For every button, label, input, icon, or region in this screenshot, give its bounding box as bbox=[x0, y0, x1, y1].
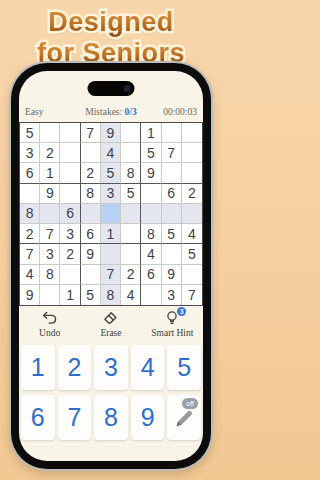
numpad-button-1[interactable]: 1 bbox=[21, 345, 55, 390]
sudoku-cell-r4c2[interactable]: 9 bbox=[40, 184, 60, 204]
sudoku-cell-r9c3[interactable]: 1 bbox=[60, 285, 80, 305]
numpad-button-4[interactable]: 4 bbox=[131, 345, 165, 390]
phone-frame: Easy Mistakes: 0/3 00:00:03 579132457612… bbox=[11, 63, 211, 469]
pencil-off-badge: off bbox=[182, 398, 198, 409]
sudoku-cell-r4c4[interactable]: 8 bbox=[81, 184, 101, 204]
sudoku-cell-r1c4[interactable]: 7 bbox=[81, 123, 101, 143]
dynamic-island-notch bbox=[88, 81, 135, 96]
smart-hint-button[interactable]: 3 Smart Hint bbox=[142, 310, 203, 338]
sudoku-cell-r2c9[interactable] bbox=[182, 143, 202, 163]
sudoku-cell-r6c4[interactable]: 6 bbox=[81, 224, 101, 244]
sudoku-cell-r9c5[interactable]: 8 bbox=[101, 285, 121, 305]
erase-label: Erase bbox=[100, 328, 121, 338]
sudoku-cell-r9c1[interactable]: 9 bbox=[20, 285, 40, 305]
sudoku-cell-r8c3[interactable] bbox=[60, 265, 80, 285]
sudoku-cell-r2c5[interactable]: 4 bbox=[101, 143, 121, 163]
sudoku-cell-r8c4[interactable] bbox=[81, 265, 101, 285]
front-camera-dot bbox=[124, 85, 131, 92]
mistakes-counter: Mistakes: 0/3 bbox=[71, 107, 150, 117]
sudoku-cell-r8c9[interactable] bbox=[182, 265, 202, 285]
sudoku-cell-r5c5[interactable] bbox=[101, 204, 121, 224]
sudoku-cell-r3c6[interactable]: 8 bbox=[121, 163, 141, 183]
sudoku-cell-r9c2[interactable] bbox=[40, 285, 60, 305]
sudoku-cell-r4c8[interactable]: 6 bbox=[162, 184, 182, 204]
sudoku-cell-r7c7[interactable]: 4 bbox=[141, 244, 161, 264]
sudoku-cell-r1c2[interactable] bbox=[40, 123, 60, 143]
sudoku-cell-r7c8[interactable] bbox=[162, 244, 182, 264]
sudoku-cell-r7c9[interactable]: 5 bbox=[182, 244, 202, 264]
numpad-button-6[interactable]: 6 bbox=[21, 395, 55, 440]
sudoku-cell-r9c8[interactable]: 3 bbox=[162, 285, 182, 305]
sudoku-cell-r1c9[interactable] bbox=[182, 123, 202, 143]
sudoku-cell-r1c3[interactable] bbox=[60, 123, 80, 143]
sudoku-cell-r5c4[interactable] bbox=[81, 204, 101, 224]
sudoku-cell-r3c2[interactable]: 1 bbox=[40, 163, 60, 183]
erase-button[interactable]: Erase bbox=[80, 310, 141, 338]
numpad-button-9[interactable]: 9 bbox=[131, 395, 165, 440]
sudoku-cell-r6c2[interactable]: 7 bbox=[40, 224, 60, 244]
sudoku-cell-r3c3[interactable] bbox=[60, 163, 80, 183]
sudoku-cell-r2c8[interactable]: 7 bbox=[162, 143, 182, 163]
sudoku-cell-r6c7[interactable]: 8 bbox=[141, 224, 161, 244]
sudoku-cell-r6c8[interactable]: 5 bbox=[162, 224, 182, 244]
sudoku-cell-r7c3[interactable]: 2 bbox=[60, 244, 80, 264]
sudoku-cell-r8c8[interactable]: 9 bbox=[162, 265, 182, 285]
sudoku-cell-r8c7[interactable]: 6 bbox=[141, 265, 161, 285]
sudoku-cell-r6c6[interactable] bbox=[121, 224, 141, 244]
sudoku-cell-r2c4[interactable] bbox=[81, 143, 101, 163]
number-pad: 12345 6789 off bbox=[19, 345, 203, 440]
page-title: Designed Designed for Seniors for Senior… bbox=[0, 7, 222, 69]
sudoku-cell-r2c6[interactable] bbox=[121, 143, 141, 163]
numpad-button-8[interactable]: 8 bbox=[94, 395, 128, 440]
sudoku-cell-r9c9[interactable]: 7 bbox=[182, 285, 202, 305]
mistakes-value: 0/3 bbox=[125, 107, 137, 117]
pencil-icon bbox=[173, 407, 195, 429]
sudoku-cell-r1c7[interactable]: 1 bbox=[141, 123, 161, 143]
sudoku-cell-r3c5[interactable]: 5 bbox=[101, 163, 121, 183]
numpad-row-2: 6789 off bbox=[21, 395, 201, 440]
sudoku-cell-r4c7[interactable] bbox=[141, 184, 161, 204]
sudoku-cell-r9c7[interactable] bbox=[141, 285, 161, 305]
sudoku-cell-r2c7[interactable]: 5 bbox=[141, 143, 161, 163]
sudoku-cell-r6c3[interactable]: 3 bbox=[60, 224, 80, 244]
sudoku-cell-r8c5[interactable]: 7 bbox=[101, 265, 121, 285]
sudoku-cell-r4c5[interactable]: 3 bbox=[101, 184, 121, 204]
sudoku-cell-r3c1[interactable]: 6 bbox=[20, 163, 40, 183]
sudoku-cell-r8c6[interactable]: 2 bbox=[121, 265, 141, 285]
sudoku-cell-r1c1[interactable]: 5 bbox=[20, 123, 40, 143]
sudoku-cell-r7c1[interactable]: 7 bbox=[20, 244, 40, 264]
sudoku-cell-r5c2[interactable] bbox=[40, 204, 60, 224]
page-title-line1-text: Designed bbox=[48, 7, 174, 37]
sudoku-cell-r9c6[interactable]: 4 bbox=[121, 285, 141, 305]
sudoku-cell-r7c4[interactable]: 9 bbox=[81, 244, 101, 264]
sudoku-cell-r1c8[interactable] bbox=[162, 123, 182, 143]
sudoku-cell-r4c6[interactable]: 5 bbox=[121, 184, 141, 204]
numpad-button-7[interactable]: 7 bbox=[58, 395, 92, 440]
sudoku-cell-r1c6[interactable] bbox=[121, 123, 141, 143]
sudoku-cell-r6c5[interactable]: 1 bbox=[101, 224, 121, 244]
sudoku-cell-r4c1[interactable] bbox=[20, 184, 40, 204]
sudoku-cell-r3c9[interactable] bbox=[182, 163, 202, 183]
sudoku-cell-r3c8[interactable] bbox=[162, 163, 182, 183]
eraser-icon bbox=[102, 310, 119, 326]
sudoku-cell-r2c1[interactable]: 3 bbox=[20, 143, 40, 163]
phone-screen: Easy Mistakes: 0/3 00:00:03 579132457612… bbox=[19, 71, 203, 461]
sudoku-cell-r5c8[interactable] bbox=[162, 204, 182, 224]
mistakes-label: Mistakes: bbox=[85, 107, 124, 117]
sudoku-cell-r7c6[interactable] bbox=[121, 244, 141, 264]
numpad-button-5[interactable]: 5 bbox=[167, 345, 201, 390]
sudoku-cell-r5c7[interactable] bbox=[141, 204, 161, 224]
numpad-button-2[interactable]: 2 bbox=[58, 345, 92, 390]
undo-icon bbox=[41, 310, 58, 326]
sudoku-cell-r7c5[interactable] bbox=[101, 244, 121, 264]
difficulty-label: Easy bbox=[25, 107, 71, 117]
sudoku-cell-r3c7[interactable]: 9 bbox=[141, 163, 161, 183]
sudoku-cell-r5c6[interactable] bbox=[121, 204, 141, 224]
lightbulb-icon: 3 bbox=[164, 310, 180, 326]
sudoku-cell-r7c2[interactable]: 3 bbox=[40, 244, 60, 264]
smart-hint-label: Smart Hint bbox=[151, 328, 193, 338]
timer: 00:00:03 bbox=[151, 107, 197, 117]
pencil-mode-button[interactable]: off bbox=[167, 395, 201, 440]
sudoku-cell-r5c9[interactable] bbox=[182, 204, 202, 224]
sudoku-cell-r8c2[interactable]: 8 bbox=[40, 265, 60, 285]
sudoku-grid: 5791324576125899835628627361854732945487… bbox=[19, 122, 203, 306]
sudoku-cell-r4c9[interactable]: 2 bbox=[182, 184, 202, 204]
sudoku-cell-r6c9[interactable]: 4 bbox=[182, 224, 202, 244]
sudoku-cell-r9c4[interactable]: 5 bbox=[81, 285, 101, 305]
numpad-button-3[interactable]: 3 bbox=[94, 345, 128, 390]
hint-count-badge: 3 bbox=[177, 307, 186, 316]
sudoku-cell-r4c3[interactable] bbox=[60, 184, 80, 204]
sudoku-cell-r8c1[interactable]: 4 bbox=[20, 265, 40, 285]
sudoku-cell-r5c3[interactable]: 6 bbox=[60, 204, 80, 224]
undo-label: Undo bbox=[39, 328, 60, 338]
sudoku-cell-r3c4[interactable]: 2 bbox=[81, 163, 101, 183]
sudoku-cell-r2c2[interactable]: 2 bbox=[40, 143, 60, 163]
sudoku-cell-r6c1[interactable]: 2 bbox=[20, 224, 40, 244]
sudoku-cell-r5c1[interactable]: 8 bbox=[20, 204, 40, 224]
toolbar: Undo Erase 3 bbox=[19, 310, 203, 338]
sudoku-cell-r1c5[interactable]: 9 bbox=[101, 123, 121, 143]
sudoku-cell-r2c3[interactable] bbox=[60, 143, 80, 163]
numpad-row-1: 12345 bbox=[21, 345, 201, 390]
page-title-line1: Designed Designed bbox=[0, 7, 222, 38]
undo-button[interactable]: Undo bbox=[19, 310, 80, 338]
